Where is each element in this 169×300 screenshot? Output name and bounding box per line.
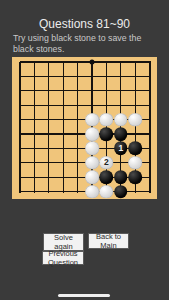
white-stone [85, 113, 99, 127]
page-title: Questions 81~90 [0, 17, 169, 31]
go-board[interactable]: 12 [12, 57, 157, 199]
star-point [90, 60, 95, 65]
white-stone [114, 113, 128, 127]
white-stone [100, 113, 114, 127]
black-stone [100, 170, 114, 184]
white-stone [85, 127, 99, 141]
white-stone [128, 113, 142, 127]
app-screen: Questions 81~90 Try using black stone to… [0, 0, 169, 300]
back-to-main-button[interactable]: Back to Main [88, 233, 129, 249]
grid-line-vertical [149, 62, 151, 193]
grid-line-horizontal [20, 105, 151, 106]
previous-question-button[interactable]: Previous Question [42, 251, 84, 265]
grid-line-vertical [77, 62, 78, 193]
black-stone [128, 142, 142, 156]
instruction-text: Try using black stone to save the black … [13, 33, 161, 54]
white-stone [85, 156, 99, 170]
black-stone [114, 127, 128, 141]
black-stone-move-1: 1 [114, 142, 128, 156]
black-stone [128, 170, 142, 184]
grid-line-horizontal [20, 76, 151, 77]
black-stone [114, 170, 128, 184]
grid-line-vertical [34, 62, 35, 193]
grid-line-vertical [19, 62, 20, 193]
grid-line-vertical [48, 62, 49, 193]
grid-line-horizontal [20, 61, 151, 63]
black-stone [114, 185, 128, 199]
button-bar: Solve again Back to Main Previous Questi… [0, 233, 169, 267]
white-stone [85, 170, 99, 184]
white-stone [100, 185, 114, 199]
black-stone [100, 127, 114, 141]
white-stone [85, 142, 99, 156]
white-stone [128, 156, 142, 170]
white-stone [85, 185, 99, 199]
home-indicator[interactable] [58, 294, 110, 297]
grid-line-horizontal [20, 90, 151, 91]
grid-line-vertical [63, 62, 64, 193]
white-stone-move-2: 2 [100, 156, 114, 170]
